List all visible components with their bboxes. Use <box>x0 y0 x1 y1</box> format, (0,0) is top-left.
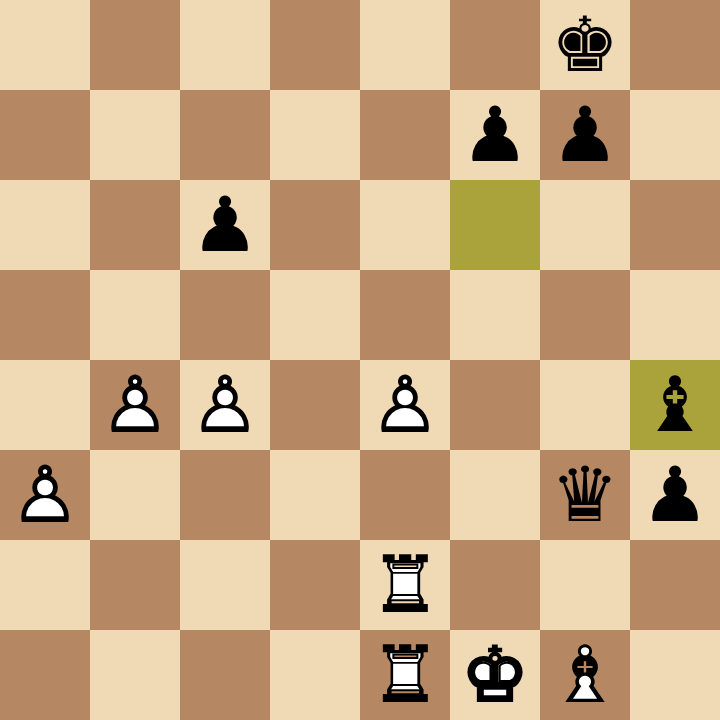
black-queen[interactable]: ♛ <box>540 450 630 540</box>
square-b3[interactable] <box>90 450 180 540</box>
black-pawn[interactable]: ♟ <box>630 450 720 540</box>
square-g8[interactable]: ♚ <box>540 0 630 90</box>
square-b8[interactable] <box>90 0 180 90</box>
square-f3[interactable] <box>450 450 540 540</box>
white-rook[interactable]: ♜♖ <box>360 540 450 630</box>
square-e8[interactable] <box>360 0 450 90</box>
square-f1[interactable]: ♚♔ <box>450 630 540 720</box>
black-pawn-icon: ♟ <box>180 180 270 270</box>
square-h7[interactable] <box>630 90 720 180</box>
square-f8[interactable] <box>450 0 540 90</box>
square-e3[interactable] <box>360 450 450 540</box>
square-c2[interactable] <box>180 540 270 630</box>
white-pawn[interactable]: ♟♙ <box>180 360 270 450</box>
square-d2[interactable] <box>270 540 360 630</box>
white-pawn-outline-icon: ♙ <box>0 450 90 540</box>
square-c8[interactable] <box>180 0 270 90</box>
square-d5[interactable] <box>270 270 360 360</box>
black-pawn-icon: ♟ <box>630 450 720 540</box>
square-f4[interactable] <box>450 360 540 450</box>
square-g2[interactable] <box>540 540 630 630</box>
square-g7[interactable]: ♟ <box>540 90 630 180</box>
square-f2[interactable] <box>450 540 540 630</box>
square-d1[interactable] <box>270 630 360 720</box>
square-g4[interactable] <box>540 360 630 450</box>
square-h2[interactable] <box>630 540 720 630</box>
square-a8[interactable] <box>0 0 90 90</box>
square-b1[interactable] <box>90 630 180 720</box>
white-bishop-outline-icon: ♗ <box>540 630 630 720</box>
square-a5[interactable] <box>0 270 90 360</box>
square-e7[interactable] <box>360 90 450 180</box>
square-h4[interactable]: ♝ <box>630 360 720 450</box>
square-e4[interactable]: ♟♙ <box>360 360 450 450</box>
square-a2[interactable] <box>0 540 90 630</box>
square-b4[interactable]: ♟♙ <box>90 360 180 450</box>
black-king[interactable]: ♚ <box>540 0 630 90</box>
black-king-icon: ♚ <box>540 0 630 90</box>
square-d6[interactable] <box>270 180 360 270</box>
white-rook-outline-icon: ♖ <box>360 630 450 720</box>
black-bishop[interactable]: ♝ <box>630 360 720 450</box>
square-a4[interactable] <box>0 360 90 450</box>
white-rook-outline-icon: ♖ <box>360 540 450 630</box>
white-king-outline-icon: ♔ <box>450 630 540 720</box>
chess-board: ♚♟♟♟♟♙♟♙♟♙♝♟♙♛♟♜♖♜♖♚♔♝♗ <box>0 0 720 720</box>
square-c4[interactable]: ♟♙ <box>180 360 270 450</box>
black-bishop-icon: ♝ <box>630 360 720 450</box>
square-c6[interactable]: ♟ <box>180 180 270 270</box>
square-c7[interactable] <box>180 90 270 180</box>
white-pawn-outline-icon: ♙ <box>180 360 270 450</box>
square-h3[interactable]: ♟ <box>630 450 720 540</box>
white-rook[interactable]: ♜♖ <box>360 630 450 720</box>
square-g1[interactable]: ♝♗ <box>540 630 630 720</box>
square-f6[interactable] <box>450 180 540 270</box>
square-d8[interactable] <box>270 0 360 90</box>
white-pawn[interactable]: ♟♙ <box>90 360 180 450</box>
square-d7[interactable] <box>270 90 360 180</box>
square-f7[interactable]: ♟ <box>450 90 540 180</box>
square-e6[interactable] <box>360 180 450 270</box>
white-bishop[interactable]: ♝♗ <box>540 630 630 720</box>
white-pawn[interactable]: ♟♙ <box>360 360 450 450</box>
square-b7[interactable] <box>90 90 180 180</box>
square-d3[interactable] <box>270 450 360 540</box>
square-d4[interactable] <box>270 360 360 450</box>
square-h1[interactable] <box>630 630 720 720</box>
white-pawn[interactable]: ♟♙ <box>0 450 90 540</box>
square-h8[interactable] <box>630 0 720 90</box>
black-pawn[interactable]: ♟ <box>540 90 630 180</box>
black-pawn[interactable]: ♟ <box>450 90 540 180</box>
square-c3[interactable] <box>180 450 270 540</box>
black-pawn-icon: ♟ <box>450 90 540 180</box>
white-pawn-outline-icon: ♙ <box>360 360 450 450</box>
square-a1[interactable] <box>0 630 90 720</box>
white-king[interactable]: ♚♔ <box>450 630 540 720</box>
square-a3[interactable]: ♟♙ <box>0 450 90 540</box>
square-e2[interactable]: ♜♖ <box>360 540 450 630</box>
square-b2[interactable] <box>90 540 180 630</box>
square-g3[interactable]: ♛ <box>540 450 630 540</box>
black-pawn-icon: ♟ <box>540 90 630 180</box>
square-a6[interactable] <box>0 180 90 270</box>
square-h6[interactable] <box>630 180 720 270</box>
square-g6[interactable] <box>540 180 630 270</box>
black-queen-icon: ♛ <box>540 450 630 540</box>
black-pawn[interactable]: ♟ <box>180 180 270 270</box>
square-b6[interactable] <box>90 180 180 270</box>
square-f5[interactable] <box>450 270 540 360</box>
square-c5[interactable] <box>180 270 270 360</box>
square-e5[interactable] <box>360 270 450 360</box>
square-g5[interactable] <box>540 270 630 360</box>
square-h5[interactable] <box>630 270 720 360</box>
white-pawn-outline-icon: ♙ <box>90 360 180 450</box>
square-a7[interactable] <box>0 90 90 180</box>
square-c1[interactable] <box>180 630 270 720</box>
square-b5[interactable] <box>90 270 180 360</box>
square-e1[interactable]: ♜♖ <box>360 630 450 720</box>
